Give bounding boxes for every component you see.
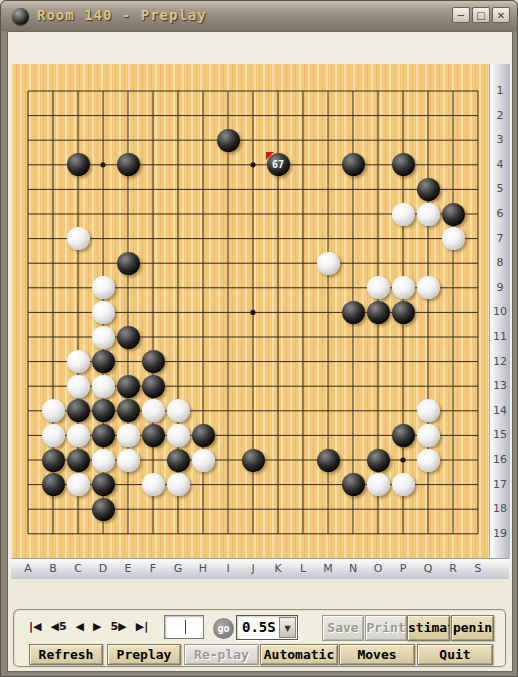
col-label-N: N (343, 562, 363, 575)
white-stone-O17 (367, 473, 390, 496)
black-stone-M16 (317, 449, 340, 472)
client-area: 67 12345678910111213141516171819 ABCDEFG… (7, 31, 513, 672)
text-caret (185, 620, 186, 634)
star-point (400, 457, 405, 462)
black-stone-F15 (142, 424, 165, 447)
white-stone-D10 (92, 301, 115, 324)
row-label-13: 13 (490, 379, 510, 392)
moves-button[interactable]: Moves (339, 644, 415, 665)
black-stone-E13 (117, 375, 140, 398)
re-play-button[interactable]: Re-play (184, 644, 259, 665)
black-stone-I3 (217, 129, 240, 152)
black-stone-C16 (67, 449, 90, 472)
row-label-4: 4 (490, 158, 510, 171)
white-stone-B15 (42, 424, 65, 447)
white-stone-E16 (117, 449, 140, 472)
nav-forward-1-button[interactable]: ▶ (93, 620, 101, 633)
go-button[interactable]: go (213, 618, 234, 639)
black-stone-N4 (342, 153, 365, 176)
white-stone-C12 (67, 350, 90, 373)
row-label-17: 17 (490, 478, 510, 491)
star-point (250, 310, 255, 315)
col-label-E: E (118, 562, 138, 575)
lower-area: |◀◀5◀▶5▶▶| go 0.5S ▼ SavePrintstimatpeni… (8, 579, 512, 671)
black-stone-P4 (392, 153, 415, 176)
row-label-6: 6 (490, 207, 510, 220)
white-stone-P9 (392, 276, 415, 299)
col-label-H: H (193, 562, 213, 575)
white-stone-Q15 (417, 424, 440, 447)
col-label-Q: Q (418, 562, 438, 575)
col-label-O: O (368, 562, 388, 575)
delay-dropdown[interactable]: 0.5S ▼ (236, 615, 298, 640)
move-number-label: 67 (267, 159, 290, 170)
white-stone-Q14 (417, 399, 440, 422)
white-stone-M8 (317, 252, 340, 275)
col-label-J: J (243, 562, 263, 575)
white-stone-G14 (167, 399, 190, 422)
white-stone-Q9 (417, 276, 440, 299)
playback-nav: |◀◀5◀▶5▶▶| (29, 620, 148, 633)
black-stone-G16 (167, 449, 190, 472)
penin-button[interactable]: penin (451, 615, 494, 641)
star-point (250, 162, 255, 167)
white-stone-Q6 (417, 203, 440, 226)
black-stone-C4 (67, 153, 90, 176)
black-stone-K4: 67 (267, 153, 290, 176)
row-label-15: 15 (490, 428, 510, 441)
chevron-down-icon[interactable]: ▼ (279, 617, 296, 638)
black-stone-O16 (367, 449, 390, 472)
col-label-L: L (293, 562, 313, 575)
col-label-F: F (143, 562, 163, 575)
row-label-8: 8 (490, 256, 510, 269)
col-label-M: M (318, 562, 338, 575)
black-stone-J16 (242, 449, 265, 472)
row-coordinates: 12345678910111213141516171819 (489, 64, 510, 558)
black-stone-D15 (92, 424, 115, 447)
col-label-P: P (393, 562, 413, 575)
row-label-18: 18 (490, 502, 510, 515)
refresh-button[interactable]: Refresh (29, 644, 103, 665)
col-label-C: C (68, 562, 88, 575)
white-stone-E15 (117, 424, 140, 447)
nav-back-1-button[interactable]: ◀ (76, 620, 84, 633)
row-label-19: 19 (490, 527, 510, 540)
white-stone-C7 (67, 227, 90, 250)
row-label-7: 7 (490, 232, 510, 245)
white-stone-G17 (167, 473, 190, 496)
window-controls: ─□✕ (452, 7, 510, 23)
star-point (100, 162, 105, 167)
stimat-button[interactable]: stimat (407, 615, 450, 641)
nav-forward-5-button[interactable]: 5▶ (111, 620, 127, 633)
black-stone-P10 (392, 301, 415, 324)
nav-back-5-button[interactable]: ◀5 (50, 620, 66, 633)
row-label-14: 14 (490, 404, 510, 417)
print-button[interactable]: Print (365, 615, 407, 641)
row-label-5: 5 (490, 182, 510, 195)
row-label-9: 9 (490, 281, 510, 294)
row-label-1: 1 (490, 84, 510, 97)
move-number-input[interactable] (164, 615, 204, 639)
black-stone-B17 (42, 473, 65, 496)
black-stone-E11 (117, 326, 140, 349)
col-label-R: R (443, 562, 463, 575)
black-stone-F13 (142, 375, 165, 398)
col-label-S: S (468, 562, 488, 575)
black-stone-Q5 (417, 178, 440, 201)
black-stone-C14 (67, 399, 90, 422)
col-label-K: K (268, 562, 288, 575)
black-stone-B16 (42, 449, 65, 472)
black-stone-E4 (117, 153, 140, 176)
row-label-12: 12 (490, 355, 510, 368)
white-stone-B14 (42, 399, 65, 422)
delay-value: 0.5S (242, 619, 276, 635)
white-stone-H16 (192, 449, 215, 472)
black-stone-F12 (142, 350, 165, 373)
white-stone-F17 (142, 473, 165, 496)
automatic-button[interactable]: Automatic (260, 644, 338, 665)
black-stone-R6 (442, 203, 465, 226)
black-stone-O10 (367, 301, 390, 324)
black-stone-P15 (392, 424, 415, 447)
white-stone-F14 (142, 399, 165, 422)
maximize-button[interactable]: □ (472, 7, 490, 23)
white-stone-P6 (392, 203, 415, 226)
black-stone-N17 (342, 473, 365, 496)
white-stone-O9 (367, 276, 390, 299)
white-stone-Q16 (417, 449, 440, 472)
row-label-10: 10 (490, 305, 510, 318)
row-label-2: 2 (490, 109, 510, 122)
row-label-11: 11 (490, 330, 510, 343)
minimize-button[interactable]: ─ (452, 7, 470, 23)
white-stone-D16 (92, 449, 115, 472)
close-button[interactable]: ✕ (492, 7, 510, 23)
row-label-3: 3 (490, 133, 510, 146)
white-stone-C15 (67, 424, 90, 447)
white-stone-C13 (67, 375, 90, 398)
app-window: Room 140 - Preplay ─□✕ 67 12345678910111… (0, 0, 518, 677)
black-stone-N10 (342, 301, 365, 324)
save-button[interactable]: Save (322, 615, 364, 641)
black-stone-D12 (92, 350, 115, 373)
control-panel: |◀◀5◀▶5▶▶| go 0.5S ▼ SavePrintstimatpeni… (13, 609, 507, 668)
black-stone-D17 (92, 473, 115, 496)
go-stone-app-icon (12, 8, 29, 25)
black-stone-E14 (117, 399, 140, 422)
col-label-I: I (218, 562, 238, 575)
nav-first-button[interactable]: |◀ (29, 620, 41, 633)
black-stone-D14 (92, 399, 115, 422)
col-label-B: B (43, 562, 63, 575)
white-stone-D9 (92, 276, 115, 299)
white-stone-G15 (167, 424, 190, 447)
preplay-button[interactable]: Preplay (107, 644, 181, 665)
title-bar[interactable]: Room 140 - Preplay ─□✕ (1, 1, 517, 31)
white-stone-C17 (67, 473, 90, 496)
black-stone-H15 (192, 424, 215, 447)
row-label-16: 16 (490, 453, 510, 466)
white-stone-D11 (92, 326, 115, 349)
quit-button[interactable]: Quit (417, 644, 493, 665)
black-stone-D18 (92, 498, 115, 521)
white-stone-P17 (392, 473, 415, 496)
white-stone-D13 (92, 375, 115, 398)
col-label-G: G (168, 562, 188, 575)
go-board[interactable]: 67 (11, 64, 489, 558)
black-stone-E8 (117, 252, 140, 275)
window-title: Room 140 - Preplay (37, 7, 207, 23)
col-label-D: D (93, 562, 113, 575)
col-label-A: A (18, 562, 38, 575)
column-coordinates: ABCDEFGHIJKLMNOPQRS (11, 558, 509, 579)
nav-last-button[interactable]: ▶| (136, 620, 148, 633)
white-stone-R7 (442, 227, 465, 250)
